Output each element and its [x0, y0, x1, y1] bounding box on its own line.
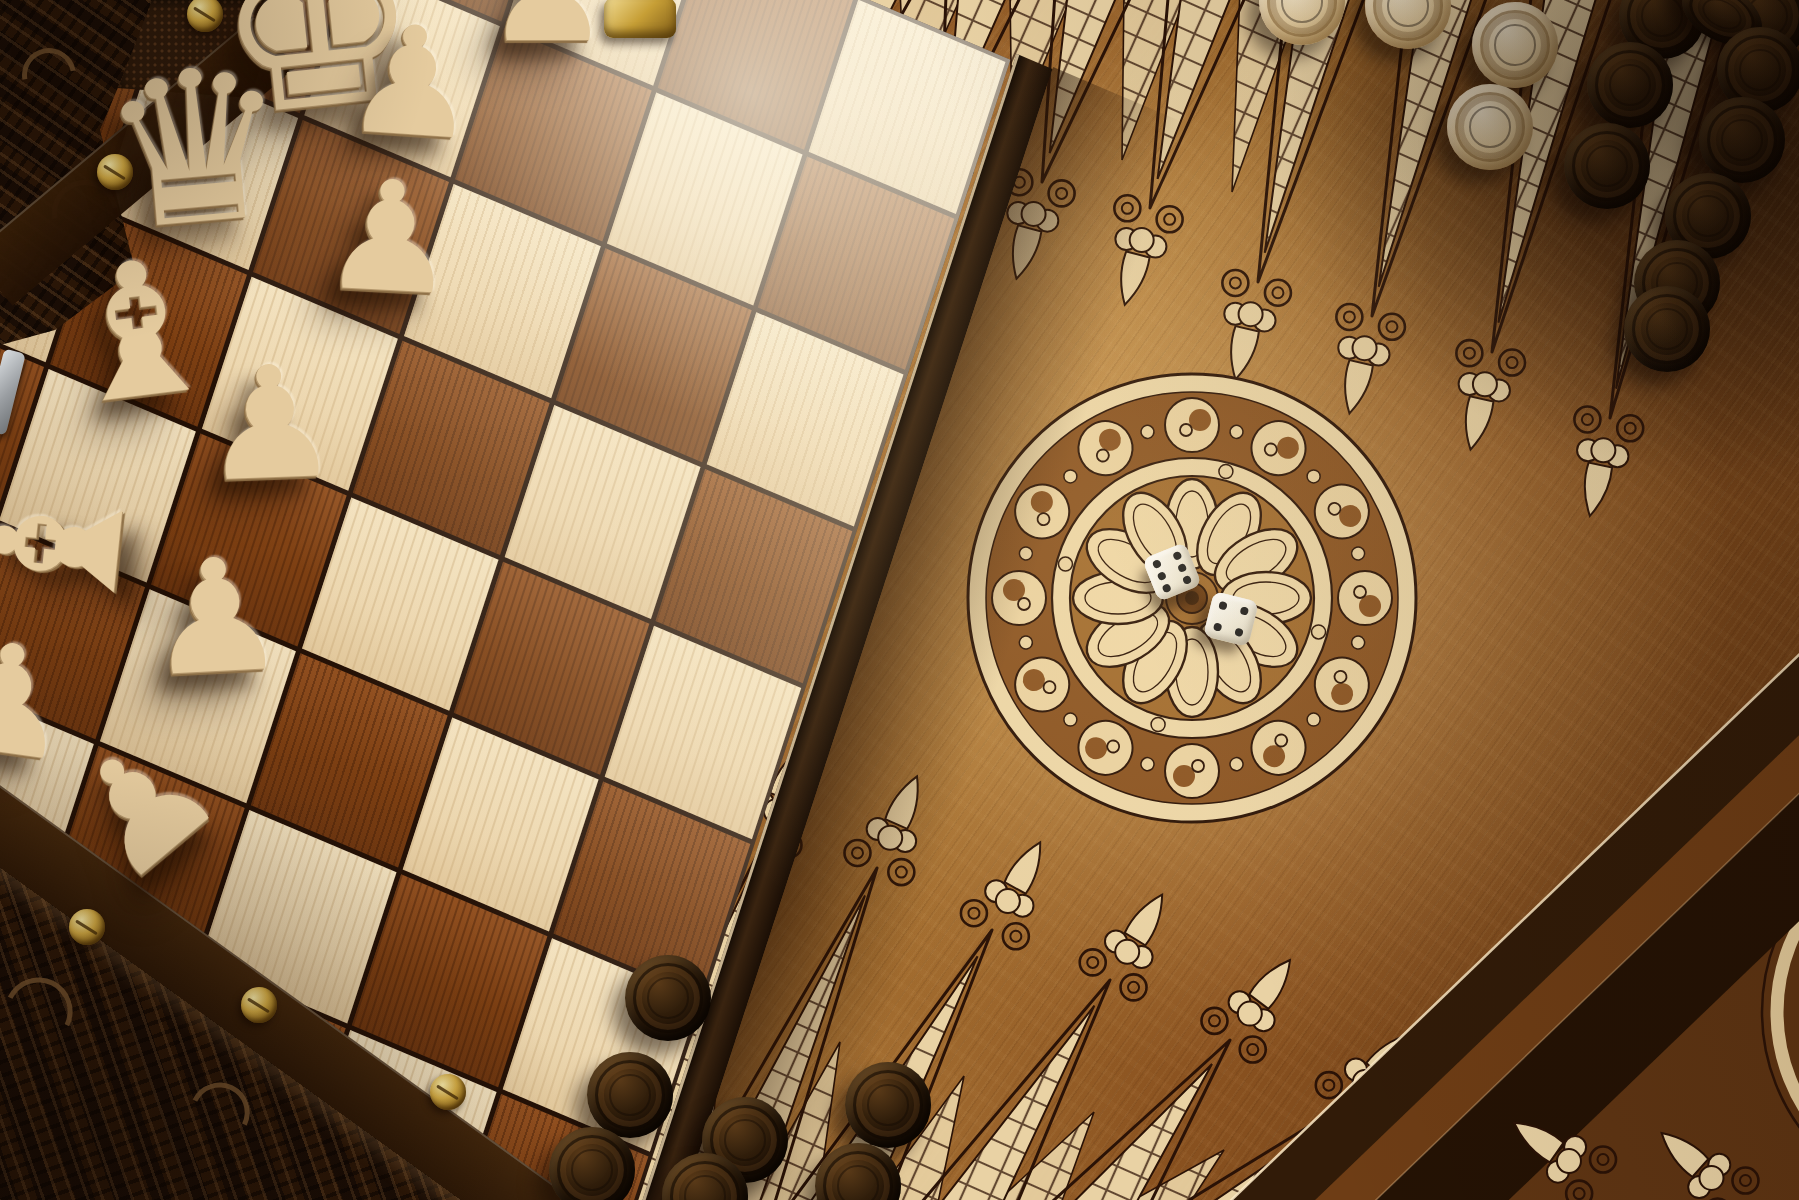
die-pip — [1239, 606, 1249, 616]
brass-screw — [430, 1074, 466, 1110]
scroll-carving-icon — [0, 968, 82, 1055]
backgammon-checker-dark[interactable] — [625, 955, 711, 1041]
backgammon-checker-light[interactable] — [1472, 2, 1558, 88]
backgammon-point[interactable] — [1336, 0, 1493, 413]
chess-piece-white-pawn[interactable]: ♟ — [190, 336, 351, 512]
scroll-carving-icon — [11, 37, 86, 112]
backgammon-checker-dark[interactable] — [845, 1062, 931, 1148]
backgammon-point[interactable] — [1049, 960, 1290, 1200]
backgammon-checker-dark[interactable] — [1587, 42, 1673, 128]
die-pip — [1213, 622, 1223, 632]
chess-piece-white-pawn[interactable]: ♟ — [134, 528, 299, 708]
backgammon-checker-dark[interactable] — [1624, 286, 1710, 372]
die-pip — [1218, 601, 1228, 611]
backgammon-checker-dark[interactable] — [1699, 97, 1785, 183]
die-pip — [1181, 575, 1191, 585]
die-pip — [1157, 571, 1167, 581]
backgammon-checker-dark[interactable] — [587, 1052, 673, 1138]
backgammon-checker-dark[interactable] — [1564, 123, 1650, 209]
brass-screw — [69, 909, 105, 945]
game-photo-scene: ♚♟♟♛♟♝♟♝♟♟♟ — [0, 0, 1799, 1200]
brass-screw — [241, 987, 277, 1023]
chess-piece-white-pawn[interactable]: ♟ — [478, 0, 618, 69]
chess-piece-white-pawn[interactable]: ♟ — [331, 0, 492, 170]
die-pip — [1172, 551, 1182, 561]
scroll-carving-icon — [182, 1074, 258, 1150]
chess-piece-white-pawn[interactable]: ♟ — [310, 151, 471, 326]
die-pip — [1152, 559, 1162, 569]
brass-screw — [97, 154, 133, 190]
die-pip — [1234, 627, 1244, 637]
die-pip — [1177, 563, 1187, 573]
backgammon-checker-light[interactable] — [1447, 84, 1533, 170]
die-pip — [1162, 583, 1172, 593]
